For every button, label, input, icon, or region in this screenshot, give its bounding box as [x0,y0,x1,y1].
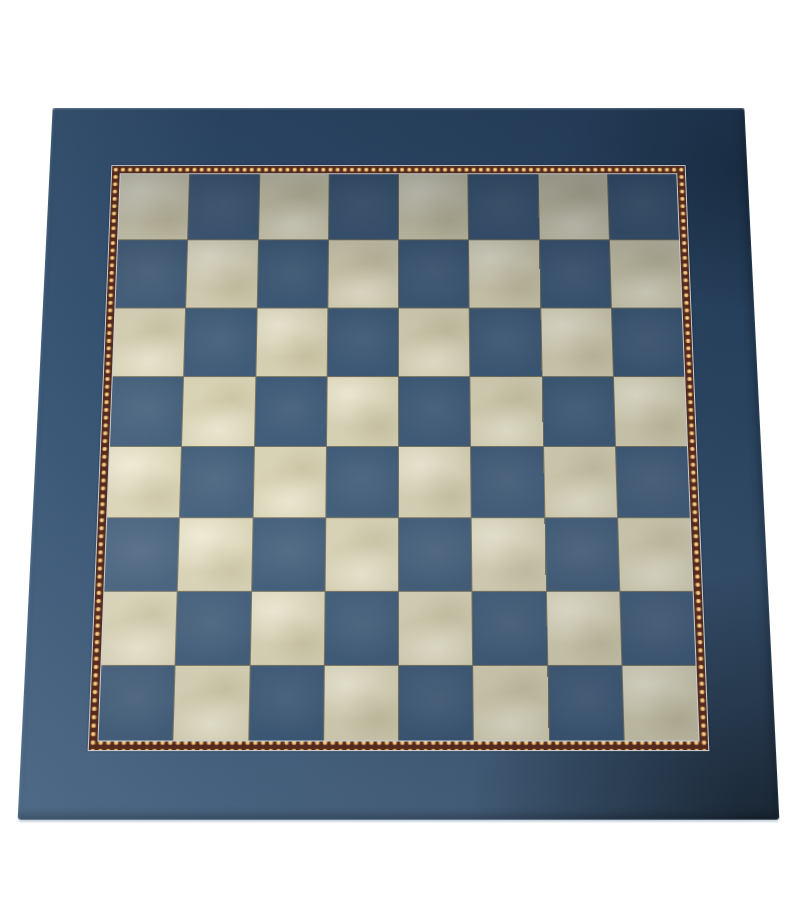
square-e1[interactable] [399,666,473,741]
square-a4[interactable] [107,447,181,517]
square-h4[interactable] [616,447,690,517]
square-b4[interactable] [180,447,253,517]
square-g1[interactable] [548,666,624,741]
square-c8[interactable] [259,174,329,239]
square-b1[interactable] [174,666,250,741]
square-d2[interactable] [325,591,398,664]
square-a6[interactable] [113,308,186,376]
square-a1[interactable] [98,666,174,741]
square-d8[interactable] [329,174,398,239]
square-g8[interactable] [538,174,609,239]
square-f3[interactable] [472,518,545,590]
square-f1[interactable] [473,666,548,741]
square-c7[interactable] [257,241,328,308]
square-a3[interactable] [104,518,179,590]
chess-board [18,108,780,820]
square-d1[interactable] [324,666,398,741]
square-a8[interactable] [118,174,189,239]
square-d7[interactable] [328,241,398,308]
square-d3[interactable] [325,518,398,590]
square-e5[interactable] [399,377,470,446]
square-c3[interactable] [252,518,325,590]
square-f8[interactable] [469,174,539,239]
square-g6[interactable] [541,308,613,376]
square-e8[interactable] [399,174,468,239]
square-a7[interactable] [115,241,187,308]
square-h2[interactable] [620,591,696,664]
photo-background [0,0,800,900]
square-c1[interactable] [249,666,324,741]
square-g4[interactable] [544,447,617,517]
square-h1[interactable] [622,666,698,741]
square-f5[interactable] [471,377,543,446]
square-h5[interactable] [614,377,687,446]
square-c2[interactable] [250,591,324,664]
square-b5[interactable] [182,377,255,446]
square-c5[interactable] [255,377,327,446]
board-squares-grid [97,173,699,741]
square-e7[interactable] [399,241,469,308]
square-g3[interactable] [545,518,619,590]
square-a5[interactable] [110,377,183,446]
square-a2[interactable] [101,591,177,664]
square-d6[interactable] [327,308,398,376]
square-b7[interactable] [186,241,257,308]
square-d4[interactable] [326,447,398,517]
mosaic-inlay-border [88,165,710,751]
square-h7[interactable] [610,241,682,308]
square-b8[interactable] [188,174,259,239]
square-g2[interactable] [546,591,621,664]
square-g5[interactable] [542,377,615,446]
square-b6[interactable] [184,308,256,376]
square-g7[interactable] [539,241,610,308]
square-e6[interactable] [399,308,470,376]
square-f7[interactable] [469,241,540,308]
square-f2[interactable] [473,591,547,664]
square-f6[interactable] [470,308,541,376]
square-c4[interactable] [253,447,326,517]
square-e4[interactable] [399,447,471,517]
square-b3[interactable] [178,518,252,590]
square-e3[interactable] [399,518,472,590]
square-h6[interactable] [612,308,685,376]
square-d5[interactable] [327,377,398,446]
square-h8[interactable] [608,174,679,239]
square-c6[interactable] [256,308,327,376]
square-h3[interactable] [618,518,693,590]
square-e2[interactable] [399,591,472,664]
square-b2[interactable] [176,591,251,664]
square-f4[interactable] [471,447,544,517]
